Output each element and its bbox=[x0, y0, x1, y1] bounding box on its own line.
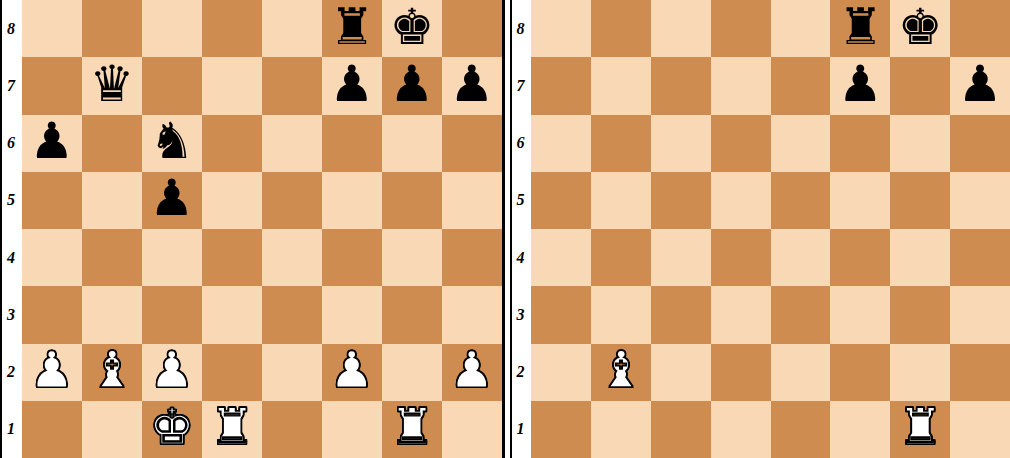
square-b6 bbox=[591, 115, 651, 172]
square-f4 bbox=[322, 229, 382, 286]
piece-black-pawn-c5: ♟ bbox=[150, 173, 195, 223]
square-a8 bbox=[531, 0, 591, 57]
square-c8 bbox=[651, 0, 711, 57]
piece-white-pawn-f2: ♟ bbox=[330, 345, 375, 395]
square-e8 bbox=[262, 0, 322, 57]
square-e1 bbox=[262, 401, 322, 458]
square-c1: ♚ bbox=[142, 401, 202, 458]
rank-label-2: 2 bbox=[512, 344, 531, 401]
square-b3 bbox=[591, 286, 651, 343]
piece-white-bishop-b2: ♝ bbox=[90, 345, 135, 395]
square-d6 bbox=[202, 115, 262, 172]
square-e8 bbox=[771, 0, 831, 57]
square-h1 bbox=[950, 401, 1010, 458]
square-f6 bbox=[322, 115, 382, 172]
square-e6 bbox=[262, 115, 322, 172]
square-b4 bbox=[591, 229, 651, 286]
square-a1 bbox=[531, 401, 591, 458]
square-c4 bbox=[142, 229, 202, 286]
square-c4 bbox=[651, 229, 711, 286]
square-a7 bbox=[531, 57, 591, 114]
square-e7 bbox=[262, 57, 322, 114]
square-g8: ♚ bbox=[382, 0, 442, 57]
square-c6: ♞ bbox=[142, 115, 202, 172]
square-b4 bbox=[82, 229, 142, 286]
square-f6 bbox=[830, 115, 890, 172]
square-c7 bbox=[651, 57, 711, 114]
piece-black-pawn-h7: ♟ bbox=[958, 59, 1003, 109]
rank-label-1: 1 bbox=[512, 401, 531, 458]
square-e4 bbox=[262, 229, 322, 286]
square-f1 bbox=[830, 401, 890, 458]
square-d5 bbox=[202, 172, 262, 229]
square-d8 bbox=[711, 0, 771, 57]
square-d4 bbox=[202, 229, 262, 286]
square-g2 bbox=[890, 344, 950, 401]
square-h6 bbox=[950, 115, 1010, 172]
square-g6 bbox=[890, 115, 950, 172]
square-d3 bbox=[202, 286, 262, 343]
square-d7 bbox=[711, 57, 771, 114]
square-a6 bbox=[531, 115, 591, 172]
square-d5 bbox=[711, 172, 771, 229]
square-h3 bbox=[950, 286, 1010, 343]
square-b8 bbox=[82, 0, 142, 57]
rank-label-3: 3 bbox=[512, 286, 531, 343]
square-h6 bbox=[442, 115, 502, 172]
square-g1: ♜ bbox=[382, 401, 442, 458]
square-e5 bbox=[262, 172, 322, 229]
square-g3 bbox=[382, 286, 442, 343]
square-b8 bbox=[591, 0, 651, 57]
square-h5 bbox=[950, 172, 1010, 229]
square-f3 bbox=[830, 286, 890, 343]
square-f2 bbox=[830, 344, 890, 401]
piece-white-rook-d1: ♜ bbox=[210, 402, 255, 452]
piece-white-pawn-h2: ♟ bbox=[450, 345, 495, 395]
square-h2 bbox=[950, 344, 1010, 401]
rank-label-7: 7 bbox=[2, 57, 22, 114]
square-g5 bbox=[382, 172, 442, 229]
piece-white-rook-g1: ♜ bbox=[390, 402, 435, 452]
square-d2 bbox=[202, 344, 262, 401]
rank-label-8: 8 bbox=[512, 0, 531, 57]
square-h7: ♟ bbox=[950, 57, 1010, 114]
square-e1 bbox=[771, 401, 831, 458]
rank-label-6: 6 bbox=[2, 115, 22, 172]
square-e2 bbox=[771, 344, 831, 401]
square-g7 bbox=[890, 57, 950, 114]
rank-labels-left: 87654321 bbox=[0, 0, 22, 458]
board-grid-right: ♜♚♟♟♝♜ bbox=[531, 0, 1010, 458]
square-b7 bbox=[591, 57, 651, 114]
piece-black-queen-b7: ♛ bbox=[90, 59, 135, 109]
rank-label-8: 8 bbox=[2, 0, 22, 57]
square-h4 bbox=[950, 229, 1010, 286]
chess-diagram-pair: 87654321 ♜♚♛♟♟♟♟♞♟♟♝♟♟♟♚♜♜ 87654321 ♜♚♟♟… bbox=[0, 0, 1010, 458]
square-g3 bbox=[890, 286, 950, 343]
square-e6 bbox=[771, 115, 831, 172]
square-b6 bbox=[82, 115, 142, 172]
piece-black-pawn-h7: ♟ bbox=[450, 59, 495, 109]
rank-label-6: 6 bbox=[512, 115, 531, 172]
square-f8: ♜ bbox=[322, 0, 382, 57]
rank-label-3: 3 bbox=[2, 286, 22, 343]
square-e2 bbox=[262, 344, 322, 401]
board-grid-left: ♜♚♛♟♟♟♟♞♟♟♝♟♟♟♚♜♜ bbox=[22, 0, 505, 458]
square-a6: ♟ bbox=[22, 115, 82, 172]
square-h3 bbox=[442, 286, 502, 343]
square-e4 bbox=[771, 229, 831, 286]
square-g4 bbox=[890, 229, 950, 286]
square-d2 bbox=[711, 344, 771, 401]
square-d3 bbox=[711, 286, 771, 343]
square-a3 bbox=[22, 286, 82, 343]
piece-black-king-g8: ♚ bbox=[898, 2, 943, 52]
square-f1 bbox=[322, 401, 382, 458]
square-b3 bbox=[82, 286, 142, 343]
square-a7 bbox=[22, 57, 82, 114]
square-b5 bbox=[591, 172, 651, 229]
square-h2: ♟ bbox=[442, 344, 502, 401]
rank-labels-right: 87654321 bbox=[510, 0, 531, 458]
piece-white-king-c1: ♚ bbox=[150, 402, 195, 452]
square-b7: ♛ bbox=[82, 57, 142, 114]
rank-label-7: 7 bbox=[512, 57, 531, 114]
square-f5 bbox=[830, 172, 890, 229]
square-d7 bbox=[202, 57, 262, 114]
square-c6 bbox=[651, 115, 711, 172]
piece-black-pawn-f7: ♟ bbox=[330, 59, 375, 109]
square-c5: ♟ bbox=[142, 172, 202, 229]
square-a1 bbox=[22, 401, 82, 458]
square-f3 bbox=[322, 286, 382, 343]
piece-black-pawn-a6: ♟ bbox=[30, 116, 75, 166]
square-c5 bbox=[651, 172, 711, 229]
square-g2 bbox=[382, 344, 442, 401]
square-f7: ♟ bbox=[322, 57, 382, 114]
square-f5 bbox=[322, 172, 382, 229]
square-f7: ♟ bbox=[830, 57, 890, 114]
square-a5 bbox=[22, 172, 82, 229]
square-f2: ♟ bbox=[322, 344, 382, 401]
square-b2: ♝ bbox=[82, 344, 142, 401]
rank-label-1: 1 bbox=[2, 401, 22, 458]
square-a5 bbox=[531, 172, 591, 229]
rank-label-4: 4 bbox=[2, 229, 22, 286]
square-h8 bbox=[950, 0, 1010, 57]
square-d6 bbox=[711, 115, 771, 172]
square-g7: ♟ bbox=[382, 57, 442, 114]
square-g5 bbox=[890, 172, 950, 229]
square-c3 bbox=[651, 286, 711, 343]
rank-label-2: 2 bbox=[2, 344, 22, 401]
square-c8 bbox=[142, 0, 202, 57]
piece-black-rook-f8: ♜ bbox=[330, 2, 375, 52]
piece-black-knight-c6: ♞ bbox=[150, 116, 195, 166]
square-a2 bbox=[531, 344, 591, 401]
square-a3 bbox=[531, 286, 591, 343]
square-e5 bbox=[771, 172, 831, 229]
chessboard-left: 87654321 ♜♚♛♟♟♟♟♞♟♟♝♟♟♟♚♜♜ bbox=[0, 0, 505, 458]
square-h5 bbox=[442, 172, 502, 229]
square-g8: ♚ bbox=[890, 0, 950, 57]
piece-white-bishop-b2: ♝ bbox=[598, 345, 643, 395]
square-d1: ♜ bbox=[202, 401, 262, 458]
square-d8 bbox=[202, 0, 262, 57]
square-b1 bbox=[591, 401, 651, 458]
square-g6 bbox=[382, 115, 442, 172]
square-c2: ♟ bbox=[142, 344, 202, 401]
square-c2 bbox=[651, 344, 711, 401]
rank-label-5: 5 bbox=[2, 172, 22, 229]
square-e3 bbox=[771, 286, 831, 343]
square-h8 bbox=[442, 0, 502, 57]
square-h1 bbox=[442, 401, 502, 458]
piece-black-king-g8: ♚ bbox=[390, 2, 435, 52]
square-e3 bbox=[262, 286, 322, 343]
piece-black-rook-f8: ♜ bbox=[838, 2, 883, 52]
square-a4 bbox=[22, 229, 82, 286]
square-b5 bbox=[82, 172, 142, 229]
square-a2: ♟ bbox=[22, 344, 82, 401]
square-h7: ♟ bbox=[442, 57, 502, 114]
square-d1 bbox=[711, 401, 771, 458]
piece-black-pawn-g7: ♟ bbox=[390, 59, 435, 109]
square-d4 bbox=[711, 229, 771, 286]
square-g1: ♜ bbox=[890, 401, 950, 458]
square-b1 bbox=[82, 401, 142, 458]
square-c1 bbox=[651, 401, 711, 458]
piece-white-pawn-c2: ♟ bbox=[150, 345, 195, 395]
square-h4 bbox=[442, 229, 502, 286]
piece-white-pawn-a2: ♟ bbox=[30, 345, 75, 395]
square-c3 bbox=[142, 286, 202, 343]
square-a4 bbox=[531, 229, 591, 286]
square-b2: ♝ bbox=[591, 344, 651, 401]
rank-label-5: 5 bbox=[512, 172, 531, 229]
square-a8 bbox=[22, 0, 82, 57]
piece-black-pawn-f7: ♟ bbox=[838, 59, 883, 109]
chessboard-right: 87654321 ♜♚♟♟♝♜ bbox=[505, 0, 1010, 458]
square-f4 bbox=[830, 229, 890, 286]
square-e7 bbox=[771, 57, 831, 114]
square-g4 bbox=[382, 229, 442, 286]
square-c7 bbox=[142, 57, 202, 114]
rank-label-4: 4 bbox=[512, 229, 531, 286]
piece-white-rook-g1: ♜ bbox=[898, 402, 943, 452]
square-f8: ♜ bbox=[830, 0, 890, 57]
